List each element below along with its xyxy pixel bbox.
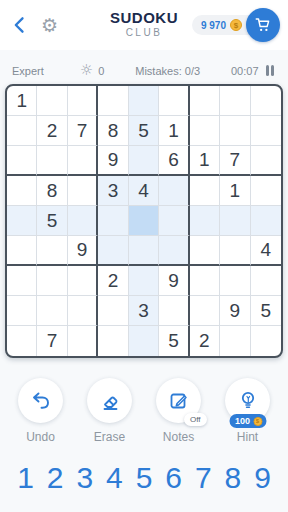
cell-r1c7[interactable] [190,86,220,116]
cell-r4c6[interactable] [159,176,189,206]
pause-icon [266,65,269,76]
cell-r7c5[interactable] [129,266,159,296]
cell-r3c3[interactable] [68,146,98,176]
timer-value: 00:07 [231,65,259,77]
cell-r7c8[interactable] [220,266,250,296]
cell-r5c2[interactable]: 5 [37,206,67,236]
cell-r9c6[interactable]: 5 [159,326,189,356]
numpad-3[interactable]: 3 [72,461,97,495]
cell-r5c4[interactable] [98,206,128,236]
cell-r3c4[interactable]: 9 [98,146,128,176]
notes-label: Notes [149,430,209,444]
cell-r2c7[interactable] [190,116,220,146]
cell-r2c4[interactable]: 8 [98,116,128,146]
app-title: SUDOKU [110,9,178,26]
cell-r4c9[interactable] [251,176,281,206]
cell-r7c7[interactable] [190,266,220,296]
cell-r3c9[interactable] [251,146,281,176]
cell-r8c4[interactable] [98,296,128,326]
cell-r1c1[interactable]: 1 [7,86,37,116]
cell-r3c1[interactable] [7,146,37,176]
header: ⚙ SUDOKU CLUB 9 970 $ [0,0,288,50]
cell-r8c7[interactable] [190,296,220,326]
cell-r6c1[interactable] [7,236,37,266]
cell-r4c7[interactable] [190,176,220,206]
cell-r5c3[interactable] [68,206,98,236]
app-title-block: SUDOKU CLUB [110,9,178,38]
erase-label: Erase [80,430,140,444]
cell-r5c5[interactable] [129,206,159,236]
cell-r8c9[interactable]: 5 [251,296,281,326]
notes-button[interactable]: Off Notes [149,378,209,444]
back-button[interactable] [10,15,30,35]
cell-r8c8[interactable]: 9 [220,296,250,326]
undo-icon [29,389,53,413]
sun-icon: ☼ [80,63,93,78]
score-group: ☼ 0 [80,63,105,78]
cell-r7c9[interactable] [251,266,281,296]
mistakes-label: Mistakes: 0/3 [135,65,200,77]
toolbar: Undo Erase Off Notes [0,378,288,444]
sudoku-grid: 1278519617834159429395752 [5,84,283,358]
cell-r6c8[interactable] [220,236,250,266]
cell-r1c9[interactable] [251,86,281,116]
settings-button[interactable]: ⚙ [41,16,58,35]
cell-r9c2[interactable]: 7 [37,326,67,356]
cell-r7c1[interactable] [7,266,37,296]
numpad-2[interactable]: 2 [43,461,68,495]
cell-r6c4[interactable] [98,236,128,266]
cell-r3c7[interactable]: 1 [190,146,220,176]
undo-label: Undo [11,430,71,444]
undo-button[interactable]: Undo [11,378,71,444]
numpad-1[interactable]: 1 [13,461,38,495]
hint-button[interactable]: 100 $ Hint [218,378,278,444]
hint-cost-value: 100 [235,416,250,426]
lightbulb-icon [236,389,260,413]
cell-r4c2[interactable]: 8 [37,176,67,206]
cell-r7c6[interactable]: 9 [159,266,189,296]
cell-r3c6[interactable]: 6 [159,146,189,176]
numpad-4[interactable]: 4 [102,461,127,495]
cell-r5c1[interactable] [7,206,37,236]
cell-r6c5[interactable] [129,236,159,266]
cell-r9c7[interactable]: 2 [190,326,220,356]
gear-icon: ⚙ [41,16,58,35]
cell-r4c5[interactable]: 4 [129,176,159,206]
cell-r6c6[interactable] [159,236,189,266]
cell-r9c8[interactable] [220,326,250,356]
cell-r1c8[interactable] [220,86,250,116]
pause-button[interactable] [264,63,277,78]
numpad: 123456789 [0,461,288,495]
cell-r3c5[interactable] [129,146,159,176]
cell-r3c2[interactable] [37,146,67,176]
difficulty-label: Expert [12,65,44,77]
shop-button[interactable] [246,8,280,42]
app-subtitle: CLUB [110,27,178,38]
cell-r9c4[interactable] [98,326,128,356]
back-chevron-icon [10,15,30,35]
cell-r8c3[interactable] [68,296,98,326]
coin-count: 9 970 [201,20,226,31]
cell-r2c8[interactable] [220,116,250,146]
cell-r5c6[interactable] [159,206,189,236]
cell-r7c2[interactable] [37,266,67,296]
status-bar: Expert ☼ 0 Mistakes: 0/3 00:07 [0,63,288,78]
cell-r1c2[interactable] [37,86,67,116]
cell-r2c6[interactable]: 1 [159,116,189,146]
cell-r4c1[interactable] [7,176,37,206]
cell-r5c7[interactable] [190,206,220,236]
numpad-9[interactable]: 9 [250,461,275,495]
cell-r8c5[interactable]: 3 [129,296,159,326]
cell-r4c8[interactable]: 1 [220,176,250,206]
cell-r5c8[interactable] [220,206,250,236]
cell-r8c6[interactable] [159,296,189,326]
cell-r2c1[interactable] [7,116,37,146]
notes-off-badge: Off [184,413,207,426]
cell-r5c9[interactable] [251,206,281,236]
cell-r6c7[interactable] [190,236,220,266]
numpad-6[interactable]: 6 [161,461,186,495]
cell-r2c3[interactable]: 7 [68,116,98,146]
coin-icon: $ [230,19,242,31]
numpad-8[interactable]: 8 [220,461,245,495]
numpad-5[interactable]: 5 [132,461,157,495]
cell-r1c4[interactable] [98,86,128,116]
cell-r7c4[interactable]: 2 [98,266,128,296]
cell-r4c4[interactable]: 3 [98,176,128,206]
cell-r2c5[interactable]: 5 [129,116,159,146]
notes-pencil-icon [167,389,191,413]
cell-r7c3[interactable] [68,266,98,296]
cell-r9c9[interactable] [251,326,281,356]
cell-r1c6[interactable] [159,86,189,116]
eraser-icon [98,389,122,413]
cell-r9c3[interactable] [68,326,98,356]
cell-r1c3[interactable] [68,86,98,116]
cell-r8c2[interactable] [37,296,67,326]
hint-cost-badge: 100 $ [229,414,266,428]
cell-r6c9[interactable]: 4 [251,236,281,266]
cell-r1c5[interactable] [129,86,159,116]
numpad-7[interactable]: 7 [191,461,216,495]
cell-r8c1[interactable] [7,296,37,326]
cart-icon [254,16,272,34]
hint-label: Hint [218,430,278,444]
cell-r9c1[interactable] [7,326,37,356]
cell-r2c9[interactable] [251,116,281,146]
cell-r9c5[interactable] [129,326,159,356]
cell-r6c3[interactable]: 9 [68,236,98,266]
cell-r4c3[interactable] [68,176,98,206]
cell-r3c8[interactable]: 7 [220,146,250,176]
hint-coin-icon: $ [253,417,262,426]
erase-button[interactable]: Erase [80,378,140,444]
cell-r2c2[interactable]: 2 [37,116,67,146]
score-value: 0 [98,65,104,77]
cell-r6c2[interactable] [37,236,67,266]
